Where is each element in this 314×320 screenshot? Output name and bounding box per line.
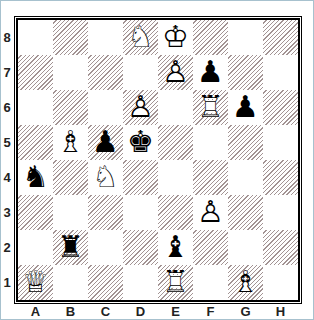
rank-label-8: 8 (1, 20, 13, 55)
square-g3 (228, 195, 263, 230)
file-label-c: C (88, 304, 123, 319)
white-pawn-d6: ♟♙ (123, 90, 158, 125)
rank-label-1: 1 (1, 265, 13, 300)
rank-label-5: 5 (1, 125, 13, 160)
white-rook-f6: ♜♖ (193, 90, 228, 125)
square-e1: ♜♖ (158, 265, 193, 300)
square-a8 (18, 20, 53, 55)
white-king-e8: ♚♔ (158, 20, 193, 55)
square-e7: ♟♙ (158, 55, 193, 90)
rank-labels: 87654321 (1, 20, 13, 300)
square-d1 (123, 265, 158, 300)
rank-label-6: 6 (1, 90, 13, 125)
file-label-b: B (53, 304, 88, 319)
square-c5: ♟ (88, 125, 123, 160)
square-b4 (53, 160, 88, 195)
square-d4 (123, 160, 158, 195)
square-h5 (263, 125, 298, 160)
square-c1 (88, 265, 123, 300)
rank-label-2: 2 (1, 230, 13, 265)
square-h1 (263, 265, 298, 300)
square-c6 (88, 90, 123, 125)
square-a5 (18, 125, 53, 160)
square-g5 (228, 125, 263, 160)
rank-label-7: 7 (1, 55, 13, 90)
square-d7 (123, 55, 158, 90)
file-label-d: D (123, 304, 158, 319)
square-c2 (88, 230, 123, 265)
square-g2 (228, 230, 263, 265)
square-f3: ♟♙ (193, 195, 228, 230)
square-a2 (18, 230, 53, 265)
square-h6 (263, 90, 298, 125)
square-h7 (263, 55, 298, 90)
square-e3 (158, 195, 193, 230)
square-d8: ♞♘ (123, 20, 158, 55)
white-pawn-f3: ♟♙ (193, 195, 228, 230)
square-d3 (123, 195, 158, 230)
square-h2 (263, 230, 298, 265)
square-b6 (53, 90, 88, 125)
square-g7 (228, 55, 263, 90)
black-pawn-g6: ♟ (228, 90, 263, 125)
square-b3 (53, 195, 88, 230)
square-e5 (158, 125, 193, 160)
black-knight-a4: ♞ (18, 160, 53, 195)
black-bishop-e2: ♝ (158, 230, 193, 265)
white-rook-e1: ♜♖ (158, 265, 193, 300)
square-b8 (53, 20, 88, 55)
white-queen-a1: ♛♕ (18, 265, 53, 300)
black-pawn-f7: ♟ (193, 55, 228, 90)
square-a6 (18, 90, 53, 125)
file-label-g: G (228, 304, 263, 319)
board-frame: ♞♘♚♔♟♙♟♟♙♜♖♟♝♗♟♚♞♞♘♟♙♜♝♛♕♜♖♝♗ (14, 16, 302, 304)
square-g8 (228, 20, 263, 55)
square-d2 (123, 230, 158, 265)
chess-board: ♞♘♚♔♟♙♟♟♙♜♖♟♝♗♟♚♞♞♘♟♙♜♝♛♕♜♖♝♗ (16, 18, 300, 302)
square-b1 (53, 265, 88, 300)
square-f4 (193, 160, 228, 195)
file-labels: ABCDEFGH (18, 304, 298, 319)
square-a1: ♛♕ (18, 265, 53, 300)
square-f8 (193, 20, 228, 55)
square-f2 (193, 230, 228, 265)
rank-label-3: 3 (1, 195, 13, 230)
square-f1 (193, 265, 228, 300)
black-king-d5: ♚ (123, 125, 158, 160)
square-h8 (263, 20, 298, 55)
square-f7: ♟ (193, 55, 228, 90)
square-c4: ♞♘ (88, 160, 123, 195)
square-d5: ♚ (123, 125, 158, 160)
square-e4 (158, 160, 193, 195)
white-bishop-g1: ♝♗ (228, 265, 263, 300)
white-pawn-e7: ♟♙ (158, 55, 193, 90)
rank-label-4: 4 (1, 160, 13, 195)
file-label-h: H (263, 304, 298, 319)
square-g4 (228, 160, 263, 195)
square-c7 (88, 55, 123, 90)
square-b7 (53, 55, 88, 90)
square-h4 (263, 160, 298, 195)
white-bishop-b5: ♝♗ (53, 125, 88, 160)
square-h3 (263, 195, 298, 230)
square-g6: ♟ (228, 90, 263, 125)
square-a3 (18, 195, 53, 230)
square-f6: ♜♖ (193, 90, 228, 125)
square-g1: ♝♗ (228, 265, 263, 300)
square-e2: ♝ (158, 230, 193, 265)
square-e8: ♚♔ (158, 20, 193, 55)
square-e6 (158, 90, 193, 125)
square-d6: ♟♙ (123, 90, 158, 125)
square-a7 (18, 55, 53, 90)
file-label-a: A (18, 304, 53, 319)
square-c3 (88, 195, 123, 230)
square-c8 (88, 20, 123, 55)
file-label-e: E (158, 304, 193, 319)
black-pawn-c5: ♟ (88, 125, 123, 160)
white-knight-d8: ♞♘ (123, 20, 158, 55)
chess-diagram: 87654321 ♞♘♚♔♟♙♟♟♙♜♖♟♝♗♟♚♞♞♘♟♙♜♝♛♕♜♖♝♗ A… (0, 0, 314, 320)
square-f5 (193, 125, 228, 160)
square-b2: ♜ (53, 230, 88, 265)
black-rook-b2: ♜ (53, 230, 88, 265)
file-label-f: F (193, 304, 228, 319)
square-b5: ♝♗ (53, 125, 88, 160)
square-a4: ♞ (18, 160, 53, 195)
white-knight-c4: ♞♘ (88, 160, 123, 195)
